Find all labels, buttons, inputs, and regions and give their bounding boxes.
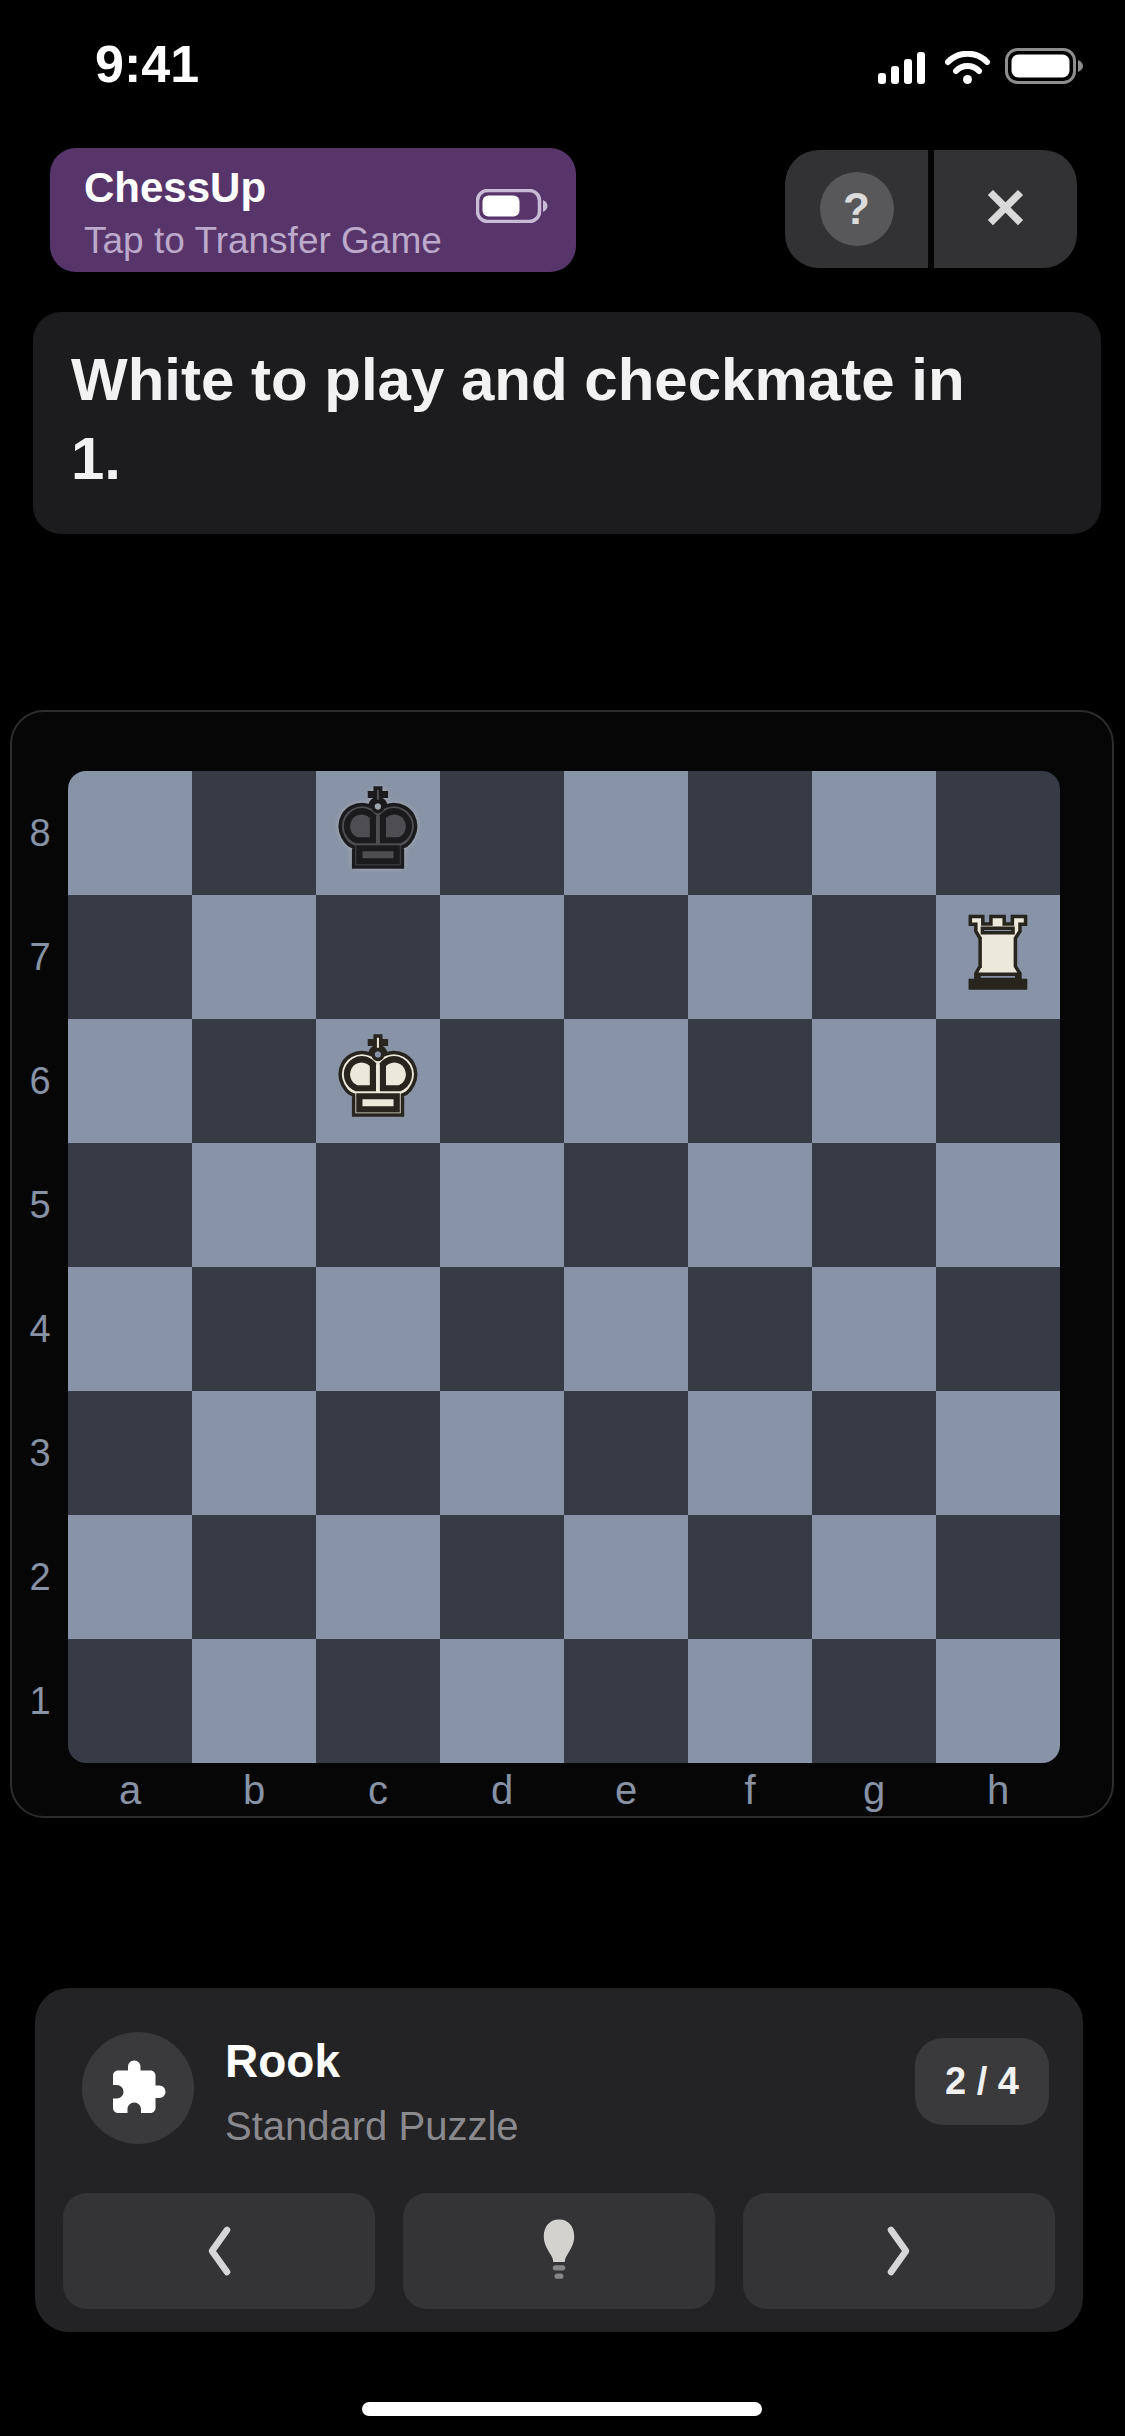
cellular-signal-icon <box>878 52 930 84</box>
square-a4[interactable] <box>68 1267 192 1391</box>
square-f5[interactable] <box>688 1143 812 1267</box>
square-g1[interactable] <box>812 1639 936 1763</box>
file-labels: abcdefgh <box>68 1766 1060 1814</box>
square-h2[interactable] <box>936 1515 1060 1639</box>
square-d2[interactable] <box>440 1515 564 1639</box>
puzzle-prompt-text: White to play and checkmate in 1. <box>71 340 1063 498</box>
file-label-d: d <box>440 1766 564 1814</box>
status-icons <box>878 48 1083 84</box>
square-d6[interactable] <box>440 1019 564 1143</box>
chevron-left-icon <box>204 2223 234 2279</box>
square-c2[interactable] <box>316 1515 440 1639</box>
file-label-g: g <box>812 1766 936 1814</box>
square-f8[interactable] <box>688 771 812 895</box>
square-h4[interactable] <box>936 1267 1060 1391</box>
rank-label-2: 2 <box>14 1515 66 1639</box>
puzzle-piece-icon <box>108 2058 168 2118</box>
puzzle-prompt-card: White to play and checkmate in 1. <box>33 312 1101 534</box>
rank-label-5: 5 <box>14 1143 66 1267</box>
banner-subtitle: Tap to Transfer Game <box>84 220 546 262</box>
file-label-e: e <box>564 1766 688 1814</box>
chess-board[interactable]: ♚♜♚ <box>68 771 1060 1763</box>
next-button[interactable] <box>743 2193 1055 2309</box>
square-a7[interactable] <box>68 895 192 1019</box>
square-f6[interactable] <box>688 1019 812 1143</box>
black-king[interactable]: ♚ <box>330 776 427 884</box>
prompt-line-2: 1. <box>71 425 121 492</box>
square-c8[interactable]: ♚ <box>316 771 440 895</box>
board-battery-icon <box>476 189 548 223</box>
puzzle-info-card: Rook Standard Puzzle 2 / 4 <box>35 1988 1083 2332</box>
rank-label-4: 4 <box>14 1267 66 1391</box>
square-c5[interactable] <box>316 1143 440 1267</box>
puzzle-title: Rook <box>225 2034 519 2088</box>
square-b1[interactable] <box>192 1639 316 1763</box>
white-king[interactable]: ♚ <box>330 1024 427 1132</box>
square-f3[interactable] <box>688 1391 812 1515</box>
rank-label-3: 3 <box>14 1391 66 1515</box>
square-d8[interactable] <box>440 771 564 895</box>
file-label-h: h <box>936 1766 1060 1814</box>
rank-label-8: 8 <box>14 771 66 895</box>
white-rook[interactable]: ♜ <box>954 905 1042 1003</box>
square-g7[interactable] <box>812 895 936 1019</box>
square-e4[interactable] <box>564 1267 688 1391</box>
header-button-group: ? ✕ <box>785 150 1077 268</box>
square-b6[interactable] <box>192 1019 316 1143</box>
square-e3[interactable] <box>564 1391 688 1515</box>
transfer-game-banner[interactable]: ChessUp Tap to Transfer Game <box>50 148 576 272</box>
square-d1[interactable] <box>440 1639 564 1763</box>
square-c3[interactable] <box>316 1391 440 1515</box>
square-a3[interactable] <box>68 1391 192 1515</box>
square-e2[interactable] <box>564 1515 688 1639</box>
rank-labels: 87654321 <box>14 771 66 1763</box>
home-indicator[interactable] <box>362 2402 762 2416</box>
square-d4[interactable] <box>440 1267 564 1391</box>
square-f2[interactable] <box>688 1515 812 1639</box>
puzzle-subtitle: Standard Puzzle <box>225 2104 519 2149</box>
square-g5[interactable] <box>812 1143 936 1267</box>
file-label-c: c <box>316 1766 440 1814</box>
square-d3[interactable] <box>440 1391 564 1515</box>
square-c1[interactable] <box>316 1639 440 1763</box>
square-e8[interactable] <box>564 771 688 895</box>
help-button[interactable]: ? <box>785 150 928 268</box>
square-c6[interactable]: ♚ <box>316 1019 440 1143</box>
puzzle-texts: Rook Standard Puzzle <box>225 2034 519 2149</box>
rank-label-7: 7 <box>14 895 66 1019</box>
chevron-right-icon <box>884 2223 914 2279</box>
puzzle-progress-badge: 2 / 4 <box>915 2038 1049 2125</box>
puzzle-icon-circle <box>82 2032 194 2144</box>
square-h1[interactable] <box>936 1639 1060 1763</box>
square-b8[interactable] <box>192 771 316 895</box>
rank-label-1: 1 <box>14 1639 66 1763</box>
square-h3[interactable] <box>936 1391 1060 1515</box>
square-e1[interactable] <box>564 1639 688 1763</box>
square-g3[interactable] <box>812 1391 936 1515</box>
wifi-icon <box>944 51 991 84</box>
square-c4[interactable] <box>316 1267 440 1391</box>
battery-icon <box>1005 48 1083 84</box>
lightbulb-icon <box>538 2218 580 2284</box>
square-f7[interactable] <box>688 895 812 1019</box>
status-time: 9:41 <box>95 34 199 94</box>
square-h7[interactable]: ♜ <box>936 895 1060 1019</box>
square-f1[interactable] <box>688 1639 812 1763</box>
prompt-line-1: White to play and checkmate in <box>71 346 965 413</box>
square-g2[interactable] <box>812 1515 936 1639</box>
square-e6[interactable] <box>564 1019 688 1143</box>
square-a1[interactable] <box>68 1639 192 1763</box>
square-g8[interactable] <box>812 771 936 895</box>
square-d7[interactable] <box>440 895 564 1019</box>
close-icon: ✕ <box>982 181 1029 237</box>
chessup-app-screen: 9:41 ChessUp Tap to Transfer Game <box>0 0 1125 2436</box>
hint-button[interactable] <box>403 2193 715 2309</box>
square-g6[interactable] <box>812 1019 936 1143</box>
square-a2[interactable] <box>68 1515 192 1639</box>
square-b7[interactable] <box>192 895 316 1019</box>
square-e7[interactable] <box>564 895 688 1019</box>
square-d5[interactable] <box>440 1143 564 1267</box>
square-e5[interactable] <box>564 1143 688 1267</box>
square-a5[interactable] <box>68 1143 192 1267</box>
square-g4[interactable] <box>812 1267 936 1391</box>
previous-button[interactable] <box>63 2193 375 2309</box>
square-h6[interactable] <box>936 1019 1060 1143</box>
square-h5[interactable] <box>936 1143 1060 1267</box>
square-b2[interactable] <box>192 1515 316 1639</box>
question-mark-icon: ? <box>820 172 894 246</box>
square-b4[interactable] <box>192 1267 316 1391</box>
square-b3[interactable] <box>192 1391 316 1515</box>
square-h8[interactable] <box>936 771 1060 895</box>
file-label-a: a <box>68 1766 192 1814</box>
puzzle-controls <box>63 2193 1055 2309</box>
close-button[interactable]: ✕ <box>934 150 1077 268</box>
square-c7[interactable] <box>316 895 440 1019</box>
square-a6[interactable] <box>68 1019 192 1143</box>
rank-label-6: 6 <box>14 1019 66 1143</box>
file-label-f: f <box>688 1766 812 1814</box>
square-f4[interactable] <box>688 1267 812 1391</box>
square-a8[interactable] <box>68 771 192 895</box>
square-b5[interactable] <box>192 1143 316 1267</box>
file-label-b: b <box>192 1766 316 1814</box>
